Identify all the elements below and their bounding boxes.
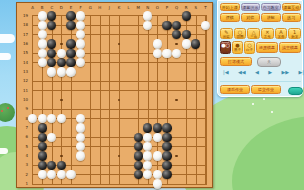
black-stone-P3[interactable] [162,161,171,170]
white-stone-C13[interactable] [47,67,56,76]
star-point-D16 [60,43,62,45]
column-label-J: J [105,4,113,12]
cloud [0,34,15,43]
row-label-8: 8 [17,116,28,122]
white-stone-T18[interactable] [201,21,210,30]
black-stone-P6[interactable] [162,133,171,142]
panel-divider [220,81,301,82]
row-label-15: 15 [17,50,28,56]
black-stone-E15[interactable] [66,49,75,58]
white-stone-F7[interactable] [76,123,85,132]
tool-label: 交替 [221,48,230,52]
black-stone-D3[interactable] [57,161,66,170]
column-label-O: O [153,4,161,12]
white-stone-button[interactable]: ○白子 [244,41,255,54]
letter-mark-button[interactable]: A字母 [275,28,288,39]
black-stone-M3[interactable] [134,161,143,170]
circle-mark-button[interactable]: ○圆圈 [234,28,247,39]
black-stone-M6[interactable] [134,133,143,142]
black-stone-B4[interactable] [38,151,47,160]
flower [271,111,273,113]
white-stone-F19[interactable] [76,11,85,20]
white-stone-F16[interactable] [76,39,85,48]
star-point-Q10 [175,99,177,101]
black-stone-P4[interactable] [162,151,171,160]
tool-label: 数字 [289,35,300,39]
star-point-D4 [60,155,62,157]
tool-label: 黑子 [233,48,242,52]
row-label-11: 11 [17,88,28,94]
column-label-S: S [192,4,200,12]
black-stone-B6[interactable] [38,133,47,142]
playback-controls-row: |◀◀◀◀▶▶▶▶| [220,68,304,77]
white-stone-O6[interactable] [153,133,162,142]
clear-board-button[interactable]: 清空棋盘 [279,42,301,53]
kifu-mode-toggle[interactable]: 关 [257,57,281,67]
tool-label: 字母 [276,35,287,39]
black-stone-E14[interactable] [66,58,75,67]
black-stone-P2[interactable] [162,170,171,179]
row-label-17: 17 [17,32,28,38]
triangle-mark-button[interactable]: △三角 [247,28,260,39]
black-stone-button[interactable]: ●黑子 [232,41,243,54]
black-stone-R19[interactable] [182,11,191,20]
row-label-1: 1 [17,181,28,187]
tool-label: 圆圈 [235,35,246,39]
white-stone-B18[interactable] [38,21,47,30]
white-stone-O1[interactable] [153,179,162,188]
row-label-5: 5 [17,144,28,150]
column-label-L: L [125,4,133,12]
class-demo-button[interactable]: 课堂演示 [241,3,261,11]
black-stone-B5[interactable] [38,142,47,151]
black-stone-N7[interactable] [143,123,152,132]
cloud [0,53,11,60]
column-label-K: K [115,4,123,12]
row-label-6: 6 [17,134,28,140]
star-point-Q4 [175,155,177,157]
column-label-M: M [134,4,142,12]
white-stone-B2[interactable] [38,170,47,179]
flower [263,98,265,100]
white-stone-D15[interactable] [57,49,66,58]
column-label-Q: Q [173,4,181,12]
white-stone-O4[interactable] [153,151,162,160]
column-label-T: T [201,4,209,12]
star-point-Q16 [175,43,177,45]
black-stone-B3[interactable] [38,161,47,170]
tool-label: 叉号 [262,35,273,39]
markup-tools-row: ✎画笔○圆圈△三角✕叉号A字母1数字 [220,28,301,39]
tree [0,103,15,122]
number-mark-button[interactable]: 1数字 [288,28,301,39]
black-stone-M4[interactable] [134,151,143,160]
practice-button[interactable]: 练习 [282,13,302,22]
column-label-G: G [86,4,94,12]
black-stone-P5[interactable] [162,142,171,151]
tree-berry [7,107,9,109]
control-panel: 开始上课课堂演示自习教室课堂互动 摆棋对弈讲解练习 ✎画笔○圆圈△三角✕叉号A字… [217,0,303,97]
prev-move-button[interactable]: ◀ [255,68,259,77]
row-label-10: 10 [17,97,28,103]
place-stones-button[interactable]: 摆棋 [220,13,240,22]
white-stone-E13[interactable] [66,67,75,76]
brush-tool-button[interactable]: ✎画笔 [220,28,233,39]
black-stone-E18[interactable] [66,21,75,30]
play-game-button[interactable]: 对弈 [241,13,261,22]
homework-button[interactable]: 课后作业 [220,85,250,94]
black-stone-P18[interactable] [162,21,171,30]
white-stone-B16[interactable] [38,39,47,48]
black-stone-B7[interactable] [38,123,47,132]
status-pill[interactable] [288,87,303,95]
row-label-12: 12 [17,78,28,84]
class-buttons-row: 开始上课课堂演示自习教室课堂互动 [220,3,301,11]
white-stone-R16[interactable] [182,39,191,48]
tool-label: 画笔 [221,35,232,39]
kifu-mode-button[interactable]: 打谱模式 [220,57,252,66]
kifu-mode-row: 打谱模式 关 [220,57,301,66]
alternate-stone-button[interactable]: ●○交替 [220,41,231,54]
restore-board-button[interactable]: 还原棋盘 [256,42,278,53]
fast-rewind-button[interactable]: ◀◀ [238,68,246,77]
white-stone-P15[interactable] [162,49,171,58]
row-label-2: 2 [17,172,28,178]
black-stone-M2[interactable] [134,170,143,179]
row-label-16: 16 [17,41,28,47]
start-class-button[interactable]: 开始上课 [220,3,240,11]
go-board[interactable]: ABCDEFGHJKLMNOPQRST191817161514131211109… [16,2,213,188]
fast-forward-button[interactable]: ▶▶ [281,68,289,77]
column-label-P: P [163,4,171,12]
white-stone-E2[interactable] [66,170,75,179]
tool-label: 三角 [248,35,259,39]
row-label-18: 18 [17,22,28,28]
black-stone-P7[interactable] [162,123,171,132]
column-label-H: H [96,4,104,12]
next-move-button[interactable]: ▶ [268,68,272,77]
self-study-button[interactable]: 自习教室 [261,3,281,11]
mode-buttons-row: 摆棋对弈讲解练习 [220,13,301,22]
flower [252,103,254,105]
explain-button[interactable]: 讲解 [261,13,281,22]
white-stone-F4[interactable] [76,151,85,160]
star-point-D10 [60,99,62,101]
last-move-button[interactable]: ▶| [298,68,304,77]
black-stone-M5[interactable] [134,142,143,151]
white-stone-O15[interactable] [153,49,162,58]
black-stone-E19[interactable] [66,11,75,20]
row-label-19: 19 [17,13,28,19]
white-stone-B19[interactable] [38,11,47,20]
row-label-9: 9 [17,106,28,112]
app-window: ABCDEFGHJKLMNOPQRST191817161514131211109… [0,0,304,190]
cloud [0,148,8,154]
tool-label: 白子 [245,48,254,52]
column-label-A: A [29,4,37,12]
white-stone-D13[interactable] [57,67,66,76]
class-interact-button[interactable]: 课堂互动 [282,3,302,11]
row-label-13: 13 [17,69,28,75]
tree-berry [1,110,3,112]
column-label-D: D [57,4,65,12]
white-stone-B15[interactable] [38,49,47,58]
white-stone-N4[interactable] [143,151,152,160]
black-stone-O7[interactable] [153,123,162,132]
row-label-4: 4 [17,153,28,159]
cross-mark-button[interactable]: ✕叉号 [261,28,274,39]
submit-homework-button[interactable]: 提交作业 [251,85,281,94]
stone-tools-row: ●○交替●黑子○白子还原棋盘清空棋盘 [220,42,301,53]
row-label-3: 3 [17,162,28,168]
first-move-button[interactable]: |◀ [223,68,229,77]
row-label-7: 7 [17,125,28,131]
row-label-14: 14 [17,60,28,66]
white-stone-O16[interactable] [153,39,162,48]
black-stone-E16[interactable] [66,39,75,48]
